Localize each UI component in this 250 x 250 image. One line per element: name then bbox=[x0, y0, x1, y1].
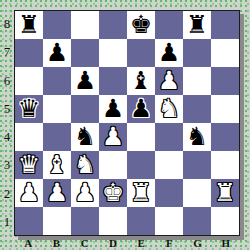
piece-white-knight[interactable]: ♞ bbox=[74, 151, 96, 179]
square-b1[interactable] bbox=[43, 207, 71, 235]
piece-black-pawn[interactable]: ♟ bbox=[130, 95, 152, 123]
square-c7[interactable] bbox=[71, 39, 99, 67]
square-g7[interactable] bbox=[183, 39, 211, 67]
rank-label-4: 4 bbox=[0, 123, 14, 151]
square-g6[interactable] bbox=[183, 67, 211, 95]
rank-label-7: 7 bbox=[0, 38, 14, 66]
square-a4[interactable] bbox=[15, 123, 43, 151]
piece-white-pawn[interactable]: ♟ bbox=[158, 67, 180, 95]
square-a3[interactable]: ♛ bbox=[15, 151, 43, 179]
piece-white-king[interactable]: ♚ bbox=[102, 179, 124, 207]
square-a6[interactable] bbox=[15, 67, 43, 95]
piece-white-knight[interactable]: ♞ bbox=[158, 95, 180, 123]
piece-white-rook[interactable]: ♜ bbox=[214, 179, 236, 207]
square-a2[interactable]: ♟ bbox=[15, 179, 43, 207]
square-c2[interactable]: ♟ bbox=[71, 179, 99, 207]
square-c4[interactable]: ♞ bbox=[71, 123, 99, 151]
square-b8[interactable] bbox=[43, 11, 71, 39]
square-d1[interactable] bbox=[99, 207, 127, 235]
square-a7[interactable] bbox=[15, 39, 43, 67]
square-c1[interactable] bbox=[71, 207, 99, 235]
rank-label-2: 2 bbox=[0, 180, 14, 208]
square-f6[interactable]: ♟ bbox=[155, 67, 183, 95]
square-f2[interactable] bbox=[155, 179, 183, 207]
square-e6[interactable]: ♝ bbox=[127, 67, 155, 95]
square-g8[interactable]: ♜ bbox=[183, 11, 211, 39]
square-h8[interactable] bbox=[211, 11, 239, 39]
square-d2[interactable]: ♚ bbox=[99, 179, 127, 207]
piece-black-knight[interactable]: ♞ bbox=[74, 123, 96, 151]
piece-white-queen[interactable]: ♛ bbox=[18, 151, 40, 179]
square-e8[interactable]: ♚ bbox=[127, 11, 155, 39]
square-d6[interactable] bbox=[99, 67, 127, 95]
piece-white-bishop[interactable]: ♝ bbox=[46, 151, 68, 179]
square-b5[interactable] bbox=[43, 95, 71, 123]
square-g1[interactable] bbox=[183, 207, 211, 235]
square-b3[interactable]: ♝ bbox=[43, 151, 71, 179]
square-d7[interactable] bbox=[99, 39, 127, 67]
square-g4[interactable]: ♞ bbox=[183, 123, 211, 151]
square-e3[interactable] bbox=[127, 151, 155, 179]
square-f7[interactable]: ♟ bbox=[155, 39, 183, 67]
square-g3[interactable] bbox=[183, 151, 211, 179]
square-c5[interactable] bbox=[71, 95, 99, 123]
file-label-h: H bbox=[212, 236, 240, 249]
piece-black-queen[interactable]: ♛ bbox=[18, 95, 40, 123]
square-e4[interactable] bbox=[127, 123, 155, 151]
file-label-c: C bbox=[71, 236, 99, 249]
square-h5[interactable] bbox=[211, 95, 239, 123]
square-f3[interactable] bbox=[155, 151, 183, 179]
square-h6[interactable] bbox=[211, 67, 239, 95]
piece-black-rook[interactable]: ♜ bbox=[186, 11, 208, 39]
square-h7[interactable] bbox=[211, 39, 239, 67]
square-b6[interactable] bbox=[43, 67, 71, 95]
rank-label-5: 5 bbox=[0, 95, 14, 123]
file-label-a: A bbox=[14, 236, 42, 249]
rank-label-1: 1 bbox=[0, 208, 14, 236]
file-label-g: G bbox=[184, 236, 212, 249]
piece-black-king[interactable]: ♚ bbox=[130, 11, 152, 39]
file-label-b: B bbox=[42, 236, 70, 249]
piece-black-pawn[interactable]: ♟ bbox=[102, 95, 124, 123]
rank-label-6: 6 bbox=[0, 67, 14, 95]
square-d4[interactable]: ♟ bbox=[99, 123, 127, 151]
square-e7[interactable] bbox=[127, 39, 155, 67]
chess-board[interactable]: ♜♚♜♟♟♟♝♟♛♟♟♞♞♟♞♛♝♞♟♟♟♚♜♜ bbox=[14, 10, 240, 236]
square-c6[interactable]: ♟ bbox=[71, 67, 99, 95]
square-a5[interactable]: ♛ bbox=[15, 95, 43, 123]
square-a8[interactable]: ♜ bbox=[15, 11, 43, 39]
piece-black-pawn[interactable]: ♟ bbox=[46, 39, 68, 67]
square-e1[interactable] bbox=[127, 207, 155, 235]
piece-black-bishop[interactable]: ♝ bbox=[130, 67, 152, 95]
rank-label-8: 8 bbox=[0, 10, 14, 38]
square-d8[interactable] bbox=[99, 11, 127, 39]
square-h4[interactable] bbox=[211, 123, 239, 151]
piece-black-rook[interactable]: ♜ bbox=[18, 11, 40, 39]
square-b2[interactable]: ♟ bbox=[43, 179, 71, 207]
square-a1[interactable] bbox=[15, 207, 43, 235]
square-e2[interactable]: ♜ bbox=[127, 179, 155, 207]
piece-white-pawn[interactable]: ♟ bbox=[74, 179, 96, 207]
rank-label-3: 3 bbox=[0, 151, 14, 179]
square-h3[interactable] bbox=[211, 151, 239, 179]
piece-white-rook[interactable]: ♜ bbox=[130, 179, 152, 207]
square-d3[interactable] bbox=[99, 151, 127, 179]
square-h1[interactable] bbox=[211, 207, 239, 235]
square-b4[interactable] bbox=[43, 123, 71, 151]
square-e5[interactable]: ♟ bbox=[127, 95, 155, 123]
file-label-e: E bbox=[127, 236, 155, 249]
square-g2[interactable] bbox=[183, 179, 211, 207]
file-label-f: F bbox=[155, 236, 183, 249]
piece-black-pawn[interactable]: ♟ bbox=[158, 39, 180, 67]
piece-white-pawn[interactable]: ♟ bbox=[46, 179, 68, 207]
square-c3[interactable]: ♞ bbox=[71, 151, 99, 179]
square-f1[interactable] bbox=[155, 207, 183, 235]
square-g5[interactable] bbox=[183, 95, 211, 123]
square-f4[interactable] bbox=[155, 123, 183, 151]
square-c8[interactable] bbox=[71, 11, 99, 39]
square-b7[interactable]: ♟ bbox=[43, 39, 71, 67]
square-d5[interactable]: ♟ bbox=[99, 95, 127, 123]
piece-black-pawn[interactable]: ♟ bbox=[74, 67, 96, 95]
piece-white-pawn[interactable]: ♟ bbox=[102, 123, 124, 151]
square-h2[interactable]: ♜ bbox=[211, 179, 239, 207]
board-background: 87654321 ♜♚♜♟♟♟♝♟♛♟♟♞♞♟♞♛♝♞♟♟♟♚♜♜ ABCDEF… bbox=[0, 0, 250, 250]
square-f8[interactable] bbox=[155, 11, 183, 39]
file-labels: ABCDEFGH bbox=[14, 236, 240, 249]
file-label-d: D bbox=[99, 236, 127, 249]
piece-white-pawn[interactable]: ♟ bbox=[18, 179, 40, 207]
square-f5[interactable]: ♞ bbox=[155, 95, 183, 123]
piece-black-knight[interactable]: ♞ bbox=[186, 123, 208, 151]
rank-labels: 87654321 bbox=[0, 10, 14, 236]
